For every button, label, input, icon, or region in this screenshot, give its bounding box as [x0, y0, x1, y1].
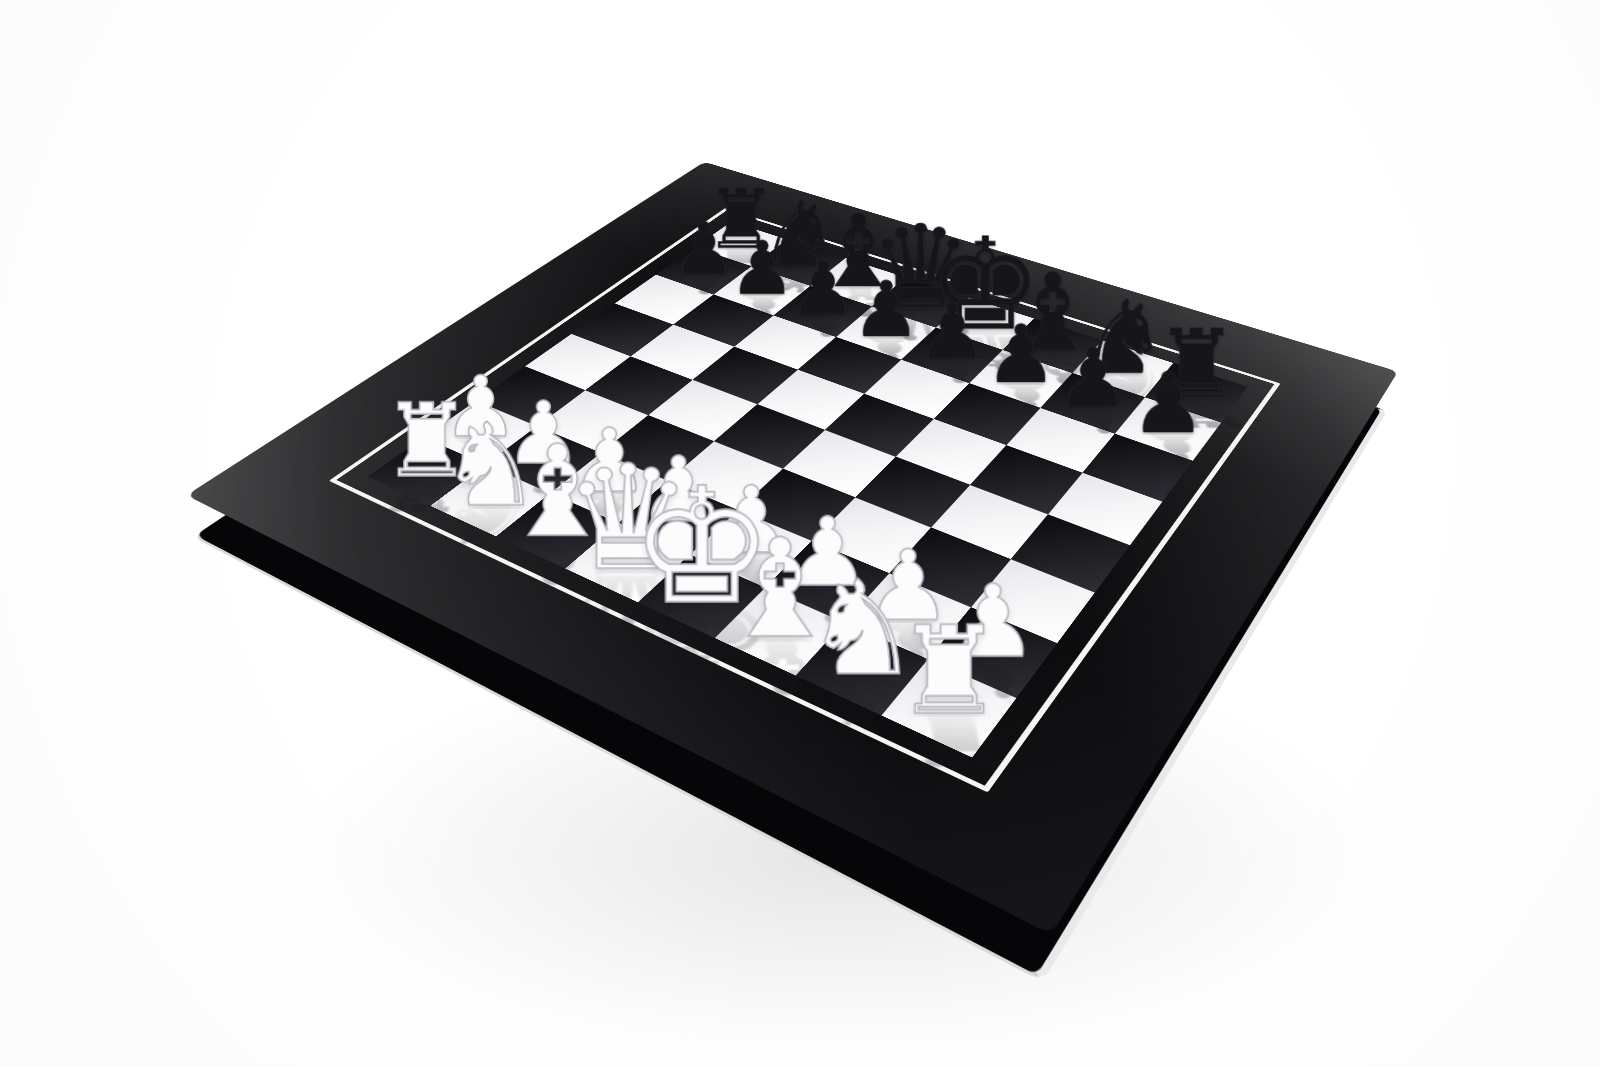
photo-stage: ♜♜♟♟♞♞♟♟♝♝♟♟♛♛♟♟♚♚♟♟♝♝♟♟♟♟♞♞♜♜♟♟♟♟♜♜♞♞♟♟… [0, 0, 1600, 1067]
chess-board: ♜♜♟♟♞♞♟♟♝♝♟♟♛♛♟♟♚♚♟♟♝♝♟♟♟♟♞♞♜♜♟♟♟♟♜♜♞♞♟♟… [186, 162, 1398, 935]
square-h1[interactable]: ♜♜ [882, 660, 1017, 758]
scene: ♜♜♟♟♞♞♟♟♝♝♟♟♛♛♟♟♚♚♟♟♝♝♟♟♟♟♞♞♜♜♟♟♟♟♜♜♞♞♟♟… [0, 0, 1600, 1067]
